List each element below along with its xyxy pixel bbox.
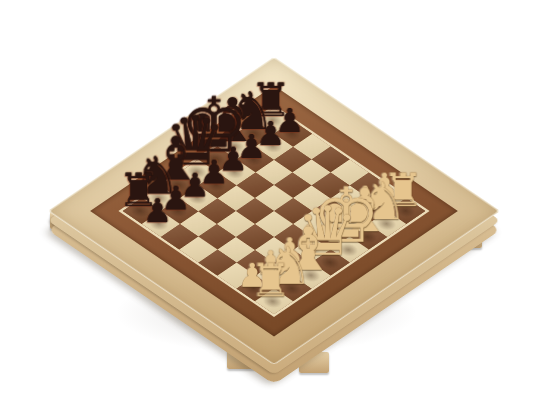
board-grid: ♜♟♟♜♞♟♟♞♝♟♟♝♚♟♟♚♛♟♟♛♝♟♟♝♞♟♟♞♜♟♟♜ (123, 108, 426, 314)
board-walnut-border: ♜♟♟♜♞♟♟♞♝♟♟♝♚♟♟♚♛♟♟♛♝♟♟♝♞♟♟♞♜♟♟♜ (90, 86, 458, 337)
board-square[interactable]: ♜ (255, 288, 293, 314)
board-inlay-line: ♜♟♟♜♞♟♟♞♝♟♟♝♚♟♟♚♛♟♟♛♝♟♟♝♞♟♟♞♜♟♟♜ (118, 105, 429, 317)
chess-board: ♜♟♟♜♞♟♟♞♝♟♟♝♚♟♟♚♛♟♟♛♝♟♟♝♞♟♟♞♜♟♟♜ (48, 57, 501, 366)
board-square[interactable] (161, 224, 199, 250)
chess-set-photo: ♜♟♟♜♞♟♟♞♝♟♟♝♚♟♟♚♛♟♟♛♝♟♟♝♞♟♟♞♜♟♟♜ (0, 0, 550, 400)
light-rook[interactable]: ♜ (235, 208, 306, 304)
board-3d-stack: ♜♟♟♜♞♟♟♞♝♟♟♝♚♟♟♚♛♟♟♛♝♟♟♝♞♟♟♞♜♟♟♜ (114, 51, 434, 371)
dark-pawn[interactable]: ♟ (122, 130, 193, 226)
